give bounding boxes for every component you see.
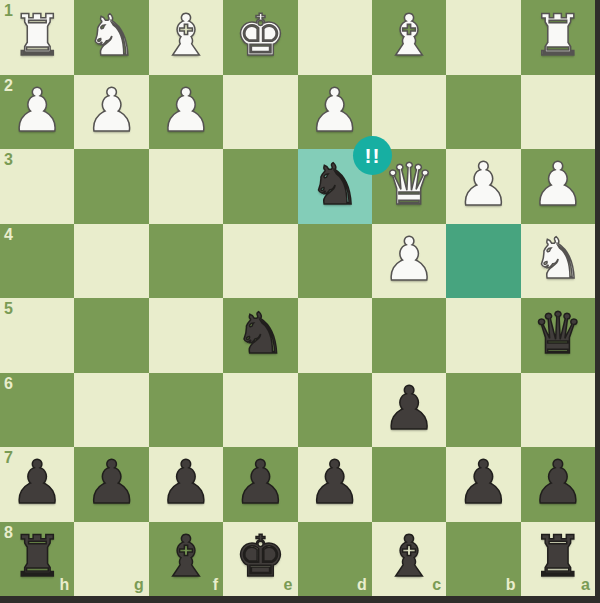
chess-board: 1♜♞♝♚♝♜2♟♟♟♟3♞♛♟♟4♟♞5♞♛6♟7♟♟♟♟♟♟♟8h♜gf♝e…	[0, 0, 595, 596]
square-f7[interactable]: ♟	[149, 447, 223, 522]
square-e5[interactable]: ♞	[223, 298, 297, 373]
square-b7[interactable]: ♟	[446, 447, 520, 522]
square-d7[interactable]: ♟	[298, 447, 372, 522]
black-bishop[interactable]: ♝	[160, 528, 211, 585]
square-c4[interactable]: ♟	[372, 224, 446, 299]
square-a7[interactable]: ♟	[521, 447, 595, 522]
square-c5[interactable]	[372, 298, 446, 373]
white-rook[interactable]: ♜	[532, 7, 583, 64]
black-pawn[interactable]: ♟	[531, 452, 585, 512]
square-b2[interactable]	[446, 75, 520, 150]
white-rook[interactable]: ♜	[12, 7, 63, 64]
square-e4[interactable]	[223, 224, 297, 299]
white-pawn[interactable]: ♟	[10, 80, 64, 140]
square-g5[interactable]	[74, 298, 148, 373]
square-d8[interactable]: d	[298, 522, 372, 597]
white-pawn[interactable]: ♟	[159, 80, 213, 140]
black-knight[interactable]: ♞	[235, 305, 286, 362]
chess-app: 1♜♞♝♚♝♜2♟♟♟♟3♞♛♟♟4♟♞5♞♛6♟7♟♟♟♟♟♟♟8h♜gf♝e…	[0, 0, 600, 603]
square-e6[interactable]	[223, 373, 297, 448]
brilliant-move-badge: !!	[353, 136, 392, 175]
square-d6[interactable]	[298, 373, 372, 448]
square-h4[interactable]: 4	[0, 224, 74, 299]
rank-label-3: 3	[4, 152, 13, 168]
square-b1[interactable]	[446, 0, 520, 75]
file-label-d: d	[357, 577, 367, 593]
square-g7[interactable]: ♟	[74, 447, 148, 522]
black-rook[interactable]: ♜	[12, 528, 63, 585]
square-b5[interactable]	[446, 298, 520, 373]
rank-label-6: 6	[4, 376, 13, 392]
white-pawn[interactable]: ♟	[531, 154, 585, 214]
square-c6[interactable]: ♟	[372, 373, 446, 448]
file-label-b: b	[506, 577, 516, 593]
white-queen[interactable]: ♛	[384, 156, 435, 213]
square-g2[interactable]: ♟	[74, 75, 148, 150]
square-g4[interactable]	[74, 224, 148, 299]
white-knight[interactable]: ♞	[86, 7, 137, 64]
white-bishop[interactable]: ♝	[384, 7, 435, 64]
square-e7[interactable]: ♟	[223, 447, 297, 522]
square-a1[interactable]: ♜	[521, 0, 595, 75]
square-h8[interactable]: 8h♜	[0, 522, 74, 597]
square-h2[interactable]: 2♟	[0, 75, 74, 150]
square-h5[interactable]: 5	[0, 298, 74, 373]
black-king[interactable]: ♚	[235, 528, 286, 585]
square-h7[interactable]: 7♟	[0, 447, 74, 522]
square-e2[interactable]	[223, 75, 297, 150]
square-d4[interactable]	[298, 224, 372, 299]
square-e8[interactable]: e♚	[223, 522, 297, 597]
square-d5[interactable]	[298, 298, 372, 373]
black-pawn[interactable]: ♟	[457, 452, 511, 512]
square-a4[interactable]: ♞	[521, 224, 595, 299]
square-a3[interactable]: ♟	[521, 149, 595, 224]
square-f5[interactable]	[149, 298, 223, 373]
rank-label-4: 4	[4, 227, 13, 243]
square-d1[interactable]	[298, 0, 372, 75]
square-f1[interactable]: ♝	[149, 0, 223, 75]
black-pawn[interactable]: ♟	[85, 452, 139, 512]
white-pawn[interactable]: ♟	[308, 80, 362, 140]
square-g1[interactable]: ♞	[74, 0, 148, 75]
white-knight[interactable]: ♞	[532, 230, 583, 287]
black-queen[interactable]: ♛	[532, 305, 583, 362]
square-h3[interactable]: 3	[0, 149, 74, 224]
square-b4[interactable]	[446, 224, 520, 299]
square-b6[interactable]	[446, 373, 520, 448]
square-b8[interactable]: b	[446, 522, 520, 597]
white-bishop[interactable]: ♝	[160, 7, 211, 64]
white-king[interactable]: ♚	[235, 7, 286, 64]
black-pawn[interactable]: ♟	[308, 452, 362, 512]
rank-label-5: 5	[4, 301, 13, 317]
black-pawn[interactable]: ♟	[233, 452, 287, 512]
square-c2[interactable]	[372, 75, 446, 150]
square-e3[interactable]	[223, 149, 297, 224]
white-pawn[interactable]: ♟	[457, 154, 511, 214]
square-h1[interactable]: 1♜	[0, 0, 74, 75]
square-g6[interactable]	[74, 373, 148, 448]
square-d2[interactable]: ♟	[298, 75, 372, 150]
square-f6[interactable]	[149, 373, 223, 448]
file-label-f: f	[213, 577, 218, 593]
square-e1[interactable]: ♚	[223, 0, 297, 75]
square-h6[interactable]: 6	[0, 373, 74, 448]
black-pawn[interactable]: ♟	[159, 452, 213, 512]
square-g8[interactable]: g	[74, 522, 148, 597]
black-knight[interactable]: ♞	[309, 156, 360, 213]
square-f4[interactable]	[149, 224, 223, 299]
black-pawn[interactable]: ♟	[382, 378, 436, 438]
black-bishop[interactable]: ♝	[384, 528, 435, 585]
square-c8[interactable]: c♝	[372, 522, 446, 597]
square-c7[interactable]	[372, 447, 446, 522]
square-a6[interactable]	[521, 373, 595, 448]
square-a2[interactable]	[521, 75, 595, 150]
black-rook[interactable]: ♜	[532, 528, 583, 585]
square-f2[interactable]: ♟	[149, 75, 223, 150]
file-label-g: g	[134, 577, 144, 593]
white-pawn[interactable]: ♟	[85, 80, 139, 140]
square-a8[interactable]: a♜	[521, 522, 595, 597]
square-f3[interactable]	[149, 149, 223, 224]
square-g3[interactable]	[74, 149, 148, 224]
square-f8[interactable]: f♝	[149, 522, 223, 597]
square-b3[interactable]: ♟	[446, 149, 520, 224]
brilliant-move-badge-text: !!	[365, 144, 381, 168]
white-pawn[interactable]: ♟	[382, 229, 436, 289]
square-a5[interactable]: ♛	[521, 298, 595, 373]
square-c1[interactable]: ♝	[372, 0, 446, 75]
black-pawn[interactable]: ♟	[10, 452, 64, 512]
